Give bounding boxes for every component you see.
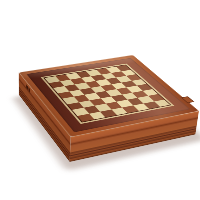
chess-box[interactable] xyxy=(19,76,195,162)
alignment-notch xyxy=(26,84,27,89)
scene xyxy=(0,0,200,200)
product-photo-canvas xyxy=(0,0,200,200)
